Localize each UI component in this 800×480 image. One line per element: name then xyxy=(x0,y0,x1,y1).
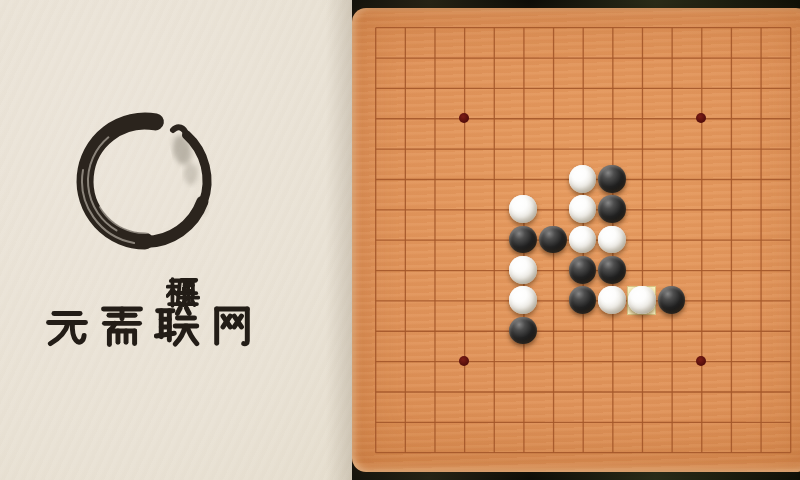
stone-white xyxy=(598,286,626,314)
slogan-calligraphy xyxy=(44,304,255,349)
stone-black xyxy=(539,226,567,254)
stone-black xyxy=(598,195,626,223)
stone-white xyxy=(598,226,626,254)
calligraphy-char xyxy=(154,304,200,349)
stone-black xyxy=(658,286,686,314)
star-point xyxy=(696,356,706,366)
stone-black xyxy=(569,256,597,284)
enso-ink-circle xyxy=(70,106,220,256)
stone-white xyxy=(628,286,656,314)
stone-black xyxy=(509,226,537,254)
stone-white xyxy=(569,195,597,223)
stone-black xyxy=(598,165,626,193)
stone-black xyxy=(569,286,597,314)
promo-panel xyxy=(0,0,352,480)
stone-white xyxy=(569,165,597,193)
star-point xyxy=(459,356,469,366)
ink-wash xyxy=(184,163,198,185)
calligraphy-char xyxy=(99,304,145,349)
stone-black xyxy=(509,317,537,345)
stone-white xyxy=(509,286,537,314)
stone-white xyxy=(509,256,537,284)
enso-brush-stroke xyxy=(70,106,220,256)
gomoku-board[interactable] xyxy=(352,8,800,472)
calligraphy-char xyxy=(209,304,255,349)
calligraphy-char xyxy=(44,304,90,349)
star-point xyxy=(459,113,469,123)
stone-black xyxy=(598,256,626,284)
screenshot-root xyxy=(0,0,800,480)
stone-white xyxy=(509,195,537,223)
